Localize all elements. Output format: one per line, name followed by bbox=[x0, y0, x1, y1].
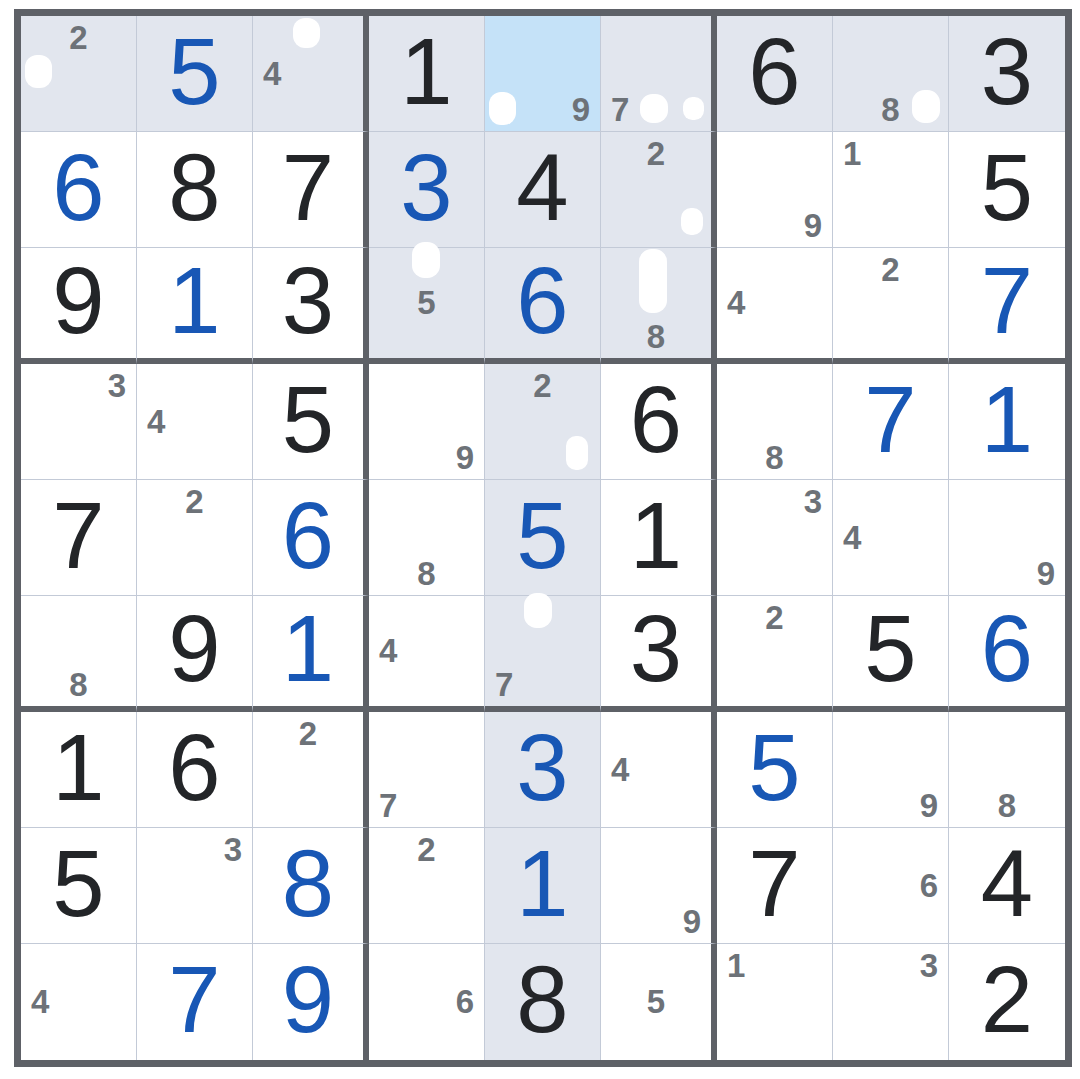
user-digit: 1 bbox=[516, 837, 568, 931]
cell-r9c6[interactable]: 5 bbox=[601, 944, 717, 1060]
cell-r6c7[interactable]: 2 bbox=[717, 596, 833, 712]
given-digit: 3 bbox=[282, 254, 334, 348]
given-digit: 9 bbox=[52, 254, 104, 348]
given-digit: 8 bbox=[516, 953, 568, 1047]
cell-r9c1[interactable]: 4 bbox=[21, 944, 137, 1060]
cell-r9c5[interactable]: 8 bbox=[485, 944, 601, 1060]
cell-r6c3[interactable]: 1 bbox=[253, 596, 369, 712]
given-digit: 9 bbox=[168, 602, 220, 696]
given-digit: 1 bbox=[52, 721, 104, 815]
given-digit: 5 bbox=[864, 602, 916, 696]
cell-r7c9[interactable]: 8 bbox=[949, 712, 1065, 828]
cell-r1c4[interactable]: 1 bbox=[369, 16, 485, 132]
pencil-mark-8: 8 bbox=[69, 668, 87, 701]
pencil-marks: 7 bbox=[495, 601, 590, 701]
pencil-mark-4: 4 bbox=[31, 985, 49, 1018]
pencil-mark-9: 9 bbox=[683, 905, 701, 938]
cell-r8c4[interactable]: 2 bbox=[369, 828, 485, 944]
cell-r2c5[interactable]: 4 bbox=[485, 132, 601, 248]
cell-r6c1[interactable]: 8 bbox=[21, 596, 137, 712]
pencil-marks: 3 bbox=[147, 833, 242, 938]
given-digit: 6 bbox=[748, 25, 800, 119]
pencil-mark-8: 8 bbox=[881, 93, 899, 126]
given-digit: 1 bbox=[630, 489, 682, 583]
pencil-marks: 5 bbox=[379, 253, 474, 353]
cell-r7c5[interactable]: 3 bbox=[485, 712, 601, 828]
cell-r2c7[interactable]: 9 bbox=[717, 132, 833, 248]
pencil-marks: 4 bbox=[843, 485, 938, 590]
given-digit: 7 bbox=[52, 489, 104, 583]
pencil-marks: 8 bbox=[727, 369, 822, 474]
given-digit: 8 bbox=[168, 141, 220, 235]
user-digit: 3 bbox=[400, 141, 452, 235]
cell-r7c2[interactable]: 6 bbox=[137, 712, 253, 828]
user-digit: 1 bbox=[168, 254, 220, 348]
pencil-marks: 5 bbox=[611, 949, 701, 1055]
pencil-mark-2: 2 bbox=[299, 717, 317, 750]
given-digit: 5 bbox=[52, 837, 104, 931]
cell-r8c9[interactable]: 4 bbox=[949, 828, 1065, 944]
cell-r2c2[interactable]: 8 bbox=[137, 132, 253, 248]
cell-r6c8[interactable]: 5 bbox=[833, 596, 949, 712]
user-digit: 5 bbox=[516, 489, 568, 583]
pencil-mark-4: 4 bbox=[147, 405, 165, 438]
given-digit: 2 bbox=[981, 953, 1033, 1047]
pencil-mark-8: 8 bbox=[998, 789, 1016, 822]
pencil-marks: 2 bbox=[727, 601, 822, 701]
pencil-mark-4: 4 bbox=[843, 521, 861, 554]
cell-r4c5[interactable]: 2 bbox=[485, 364, 601, 480]
pencil-marks: 3 bbox=[843, 949, 938, 1055]
cell-r4c2[interactable]: 4 bbox=[137, 364, 253, 480]
given-digit: 4 bbox=[516, 141, 568, 235]
cell-r4c8[interactable]: 7 bbox=[833, 364, 949, 480]
cell-r9c4[interactable]: 6 bbox=[369, 944, 485, 1060]
pencil-marks: 6 bbox=[379, 949, 474, 1055]
pencil-mark-3: 3 bbox=[224, 833, 242, 866]
cell-r9c2[interactable]: 7 bbox=[137, 944, 253, 1060]
cell-r2c8[interactable]: 1 bbox=[833, 132, 949, 248]
cell-r5c3[interactable]: 6 bbox=[253, 480, 369, 596]
pencil-mark-4: 4 bbox=[379, 634, 397, 667]
cell-r2c4[interactable]: 3 bbox=[369, 132, 485, 248]
pencil-mark-8: 8 bbox=[647, 320, 665, 353]
given-digit: 6 bbox=[168, 721, 220, 815]
sudoku-board: 2541976836873429159135684273459268717268… bbox=[14, 9, 1072, 1067]
cell-r3c9[interactable]: 7 bbox=[949, 248, 1065, 364]
user-digit: 5 bbox=[168, 25, 220, 119]
cell-r5c9[interactable]: 9 bbox=[949, 480, 1065, 596]
cell-r7c4[interactable]: 7 bbox=[369, 712, 485, 828]
cell-r3c7[interactable]: 4 bbox=[717, 248, 833, 364]
pencil-marks: 1 bbox=[727, 949, 822, 1055]
cell-r7c6[interactable]: 4 bbox=[601, 712, 717, 828]
cell-r8c7[interactable]: 7 bbox=[717, 828, 833, 944]
pencil-mark-2: 2 bbox=[69, 21, 87, 54]
cell-r2c9[interactable]: 5 bbox=[949, 132, 1065, 248]
cell-r8c3[interactable]: 8 bbox=[253, 828, 369, 944]
cell-r6c4[interactable]: 4 bbox=[369, 596, 485, 712]
pencil-marks: 8 bbox=[611, 253, 701, 353]
pencil-mark-6: 6 bbox=[456, 985, 474, 1018]
user-digit: 6 bbox=[52, 141, 104, 235]
cell-r3c3[interactable]: 3 bbox=[253, 248, 369, 364]
cell-r9c3[interactable]: 9 bbox=[253, 944, 369, 1060]
pencil-mark-9: 9 bbox=[1037, 557, 1055, 590]
cell-r5c1[interactable]: 7 bbox=[21, 480, 137, 596]
cell-r1c3[interactable]: 4 bbox=[253, 16, 369, 132]
user-digit: 9 bbox=[282, 953, 334, 1047]
pencil-mark-1: 1 bbox=[727, 949, 745, 982]
pencil-mark-8: 8 bbox=[765, 441, 783, 474]
cell-r1c9[interactable]: 3 bbox=[949, 16, 1065, 132]
pencil-marks: 9 bbox=[495, 21, 590, 126]
user-digit: 6 bbox=[516, 254, 568, 348]
cell-r3c8[interactable]: 2 bbox=[833, 248, 949, 364]
cell-r8c8[interactable]: 6 bbox=[833, 828, 949, 944]
given-digit: 5 bbox=[981, 141, 1033, 235]
cell-r3c5[interactable]: 6 bbox=[485, 248, 601, 364]
cell-r4c6[interactable]: 6 bbox=[601, 364, 717, 480]
cell-r1c2[interactable]: 5 bbox=[137, 16, 253, 132]
pencil-marks: 4 bbox=[611, 717, 701, 822]
given-digit: 4 bbox=[981, 837, 1033, 931]
user-digit: 7 bbox=[168, 953, 220, 1047]
pencil-mark-4: 4 bbox=[263, 57, 281, 90]
pencil-marks: 2 bbox=[611, 137, 701, 242]
cell-r4c9[interactable]: 1 bbox=[949, 364, 1065, 480]
given-digit: 1 bbox=[400, 25, 452, 119]
cell-r8c5[interactable]: 1 bbox=[485, 828, 601, 944]
pencil-mark-3: 3 bbox=[108, 369, 126, 402]
pencil-mark-9: 9 bbox=[804, 209, 822, 242]
pencil-mark-9: 9 bbox=[572, 93, 590, 126]
pencil-marks: 8 bbox=[379, 485, 474, 590]
cell-r9c7[interactable]: 1 bbox=[717, 944, 833, 1060]
cell-r8c2[interactable]: 3 bbox=[137, 828, 253, 944]
cell-r5c7[interactable]: 3 bbox=[717, 480, 833, 596]
cell-r5c5[interactable]: 5 bbox=[485, 480, 601, 596]
pencil-mark-4: 4 bbox=[727, 286, 745, 319]
pencil-mark-2: 2 bbox=[647, 137, 665, 170]
pencil-marks: 4 bbox=[727, 253, 822, 353]
cell-r3c6[interactable]: 8 bbox=[601, 248, 717, 364]
pencil-marks: 8 bbox=[843, 21, 938, 126]
pencil-marks: 8 bbox=[959, 717, 1055, 822]
pencil-marks: 4 bbox=[263, 21, 353, 126]
cell-r9c9[interactable]: 2 bbox=[949, 944, 1065, 1060]
pencil-marks: 7 bbox=[611, 21, 701, 126]
cell-r7c8[interactable]: 9 bbox=[833, 712, 949, 828]
cell-r2c1[interactable]: 6 bbox=[21, 132, 137, 248]
pencil-mark-8: 8 bbox=[417, 557, 435, 590]
pencil-marks: 2 bbox=[843, 253, 938, 353]
user-digit: 6 bbox=[282, 489, 334, 583]
cell-r4c1[interactable]: 3 bbox=[21, 364, 137, 480]
cell-r7c3[interactable]: 2 bbox=[253, 712, 369, 828]
pencil-marks: 2 bbox=[263, 717, 353, 822]
user-digit: 6 bbox=[981, 602, 1033, 696]
cell-r5c8[interactable]: 4 bbox=[833, 480, 949, 596]
pencil-mark-3: 3 bbox=[804, 485, 822, 518]
pencil-mark-7: 7 bbox=[611, 93, 629, 126]
cell-r1c7[interactable]: 6 bbox=[717, 16, 833, 132]
cell-r9c8[interactable]: 3 bbox=[833, 944, 949, 1060]
cell-r1c5[interactable]: 9 bbox=[485, 16, 601, 132]
pencil-marks: 7 bbox=[379, 717, 474, 822]
user-digit: 7 bbox=[864, 373, 916, 467]
pencil-mark-9: 9 bbox=[920, 789, 938, 822]
pencil-marks: 4 bbox=[147, 369, 242, 474]
pencil-marks: 3 bbox=[31, 369, 126, 474]
pencil-marks: 2 bbox=[379, 833, 474, 938]
pencil-marks: 2 bbox=[147, 485, 242, 590]
pencil-mark-3: 3 bbox=[920, 949, 938, 982]
pencil-marks: 6 bbox=[843, 833, 938, 938]
pencil-mark-2: 2 bbox=[765, 601, 783, 634]
pencil-marks: 9 bbox=[379, 369, 474, 474]
cell-r4c7[interactable]: 8 bbox=[717, 364, 833, 480]
user-digit: 3 bbox=[516, 721, 568, 815]
pencil-marks: 8 bbox=[31, 601, 126, 701]
pencil-marks: 3 bbox=[727, 485, 822, 590]
cell-r1c1[interactable]: 2 bbox=[21, 16, 137, 132]
pencil-marks: 9 bbox=[959, 485, 1055, 590]
pencil-mark-2: 2 bbox=[533, 369, 551, 402]
cell-r7c7[interactable]: 5 bbox=[717, 712, 833, 828]
pencil-marks: 9 bbox=[843, 717, 938, 822]
pencil-mark-5: 5 bbox=[647, 985, 665, 1018]
cell-r1c8[interactable]: 8 bbox=[833, 16, 949, 132]
user-digit: 8 bbox=[282, 837, 334, 931]
pencil-mark-2: 2 bbox=[881, 253, 899, 286]
cell-r4c4[interactable]: 9 bbox=[369, 364, 485, 480]
cell-r6c2[interactable]: 9 bbox=[137, 596, 253, 712]
pencil-mark-9: 9 bbox=[456, 441, 474, 474]
pencil-marks: 4 bbox=[31, 949, 126, 1055]
user-digit: 7 bbox=[981, 254, 1033, 348]
cell-r8c6[interactable]: 9 bbox=[601, 828, 717, 944]
pencil-mark-7: 7 bbox=[495, 668, 513, 701]
cell-r2c3[interactable]: 7 bbox=[253, 132, 369, 248]
given-digit: 7 bbox=[282, 141, 334, 235]
pencil-mark-4: 4 bbox=[611, 753, 629, 786]
cell-r7c1[interactable]: 1 bbox=[21, 712, 137, 828]
pencil-mark-1: 1 bbox=[843, 137, 861, 170]
cell-r4c3[interactable]: 5 bbox=[253, 364, 369, 480]
given-digit: 6 bbox=[630, 373, 682, 467]
given-digit: 3 bbox=[981, 25, 1033, 119]
pencil-mark-2: 2 bbox=[417, 833, 435, 866]
pencil-marks: 4 bbox=[379, 601, 474, 701]
cell-r5c2[interactable]: 2 bbox=[137, 480, 253, 596]
cell-r3c1[interactable]: 9 bbox=[21, 248, 137, 364]
user-digit: 5 bbox=[748, 721, 800, 815]
cell-r1c6[interactable]: 7 bbox=[601, 16, 717, 132]
user-digit: 1 bbox=[981, 373, 1033, 467]
pencil-marks: 2 bbox=[495, 369, 590, 474]
cell-r2c6[interactable]: 2 bbox=[601, 132, 717, 248]
cell-r6c6[interactable]: 3 bbox=[601, 596, 717, 712]
pencil-mark-5: 5 bbox=[417, 286, 435, 319]
pencil-mark-7: 7 bbox=[379, 789, 397, 822]
given-digit: 3 bbox=[630, 602, 682, 696]
cell-r6c5[interactable]: 7 bbox=[485, 596, 601, 712]
cell-r5c4[interactable]: 8 bbox=[369, 480, 485, 596]
given-digit: 5 bbox=[282, 373, 334, 467]
pencil-marks: 9 bbox=[727, 137, 822, 242]
cell-r3c2[interactable]: 1 bbox=[137, 248, 253, 364]
cell-r3c4[interactable]: 5 bbox=[369, 248, 485, 364]
pencil-mark-2: 2 bbox=[185, 485, 203, 518]
given-digit: 7 bbox=[748, 837, 800, 931]
cell-r5c6[interactable]: 1 bbox=[601, 480, 717, 596]
cell-r6c9[interactable]: 6 bbox=[949, 596, 1065, 712]
pencil-marks: 9 bbox=[611, 833, 701, 938]
cell-r8c1[interactable]: 5 bbox=[21, 828, 137, 944]
user-digit: 1 bbox=[282, 602, 334, 696]
pencil-marks: 2 bbox=[31, 21, 126, 126]
pencil-mark-6: 6 bbox=[920, 869, 938, 902]
pencil-marks: 1 bbox=[843, 137, 938, 242]
